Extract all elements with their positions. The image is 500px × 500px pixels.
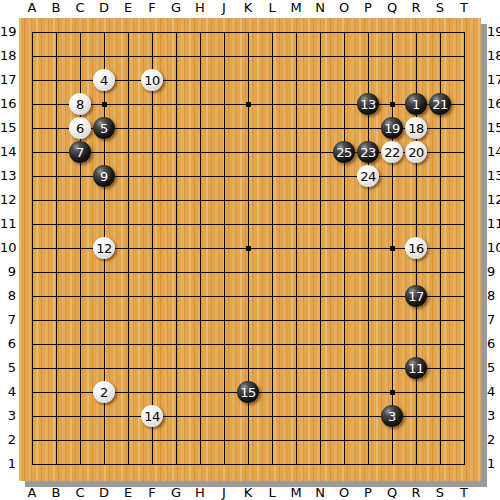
row-label-right-2: 2 [487, 433, 500, 447]
stone-black-11[interactable]: 11 [405, 357, 427, 379]
row-label-left-11: 11 [0, 217, 16, 231]
row-label-left-12: 12 [0, 193, 16, 207]
row-label-left-19: 19 [0, 25, 16, 39]
row-label-right-13: 13 [487, 169, 500, 183]
stone-black-23[interactable]: 23 [357, 141, 379, 163]
col-label-top-D: D [92, 1, 116, 15]
row-label-right-17: 17 [487, 73, 500, 87]
row-label-right-1: 1 [487, 457, 500, 471]
col-label-bottom-T: T [452, 486, 476, 500]
row-label-right-16: 16 [487, 97, 500, 111]
col-label-top-H: H [188, 1, 212, 15]
row-label-left-9: 9 [0, 265, 16, 279]
stone-black-1[interactable]: 1 [405, 93, 427, 115]
col-label-bottom-B: B [44, 486, 68, 500]
row-label-left-6: 6 [0, 337, 16, 351]
stone-white-8[interactable]: 8 [69, 93, 91, 115]
col-label-top-R: R [404, 1, 428, 15]
col-label-bottom-H: H [188, 486, 212, 500]
col-label-top-L: L [260, 1, 284, 15]
col-label-bottom-R: R [404, 486, 428, 500]
row-label-right-7: 7 [487, 313, 500, 327]
col-label-bottom-K: K [236, 486, 260, 500]
row-label-right-14: 14 [487, 145, 500, 159]
stone-white-12[interactable]: 12 [93, 237, 115, 259]
col-label-top-O: O [332, 1, 356, 15]
stones-layer: 1234567891011121314151617181920212223242… [19, 18, 481, 481]
row-label-right-9: 9 [487, 265, 500, 279]
col-label-bottom-N: N [308, 486, 332, 500]
col-label-top-T: T [452, 1, 476, 15]
col-label-top-A: A [20, 1, 44, 15]
row-label-left-1: 1 [0, 457, 16, 471]
row-label-left-15: 15 [0, 121, 16, 135]
go-board-viewer: ABCDEFGHJKLMNOPQRST ABCDEFGHJKLMNOPQRST … [0, 0, 500, 500]
col-label-top-G: G [164, 1, 188, 15]
col-label-bottom-A: A [20, 486, 44, 500]
go-board[interactable]: 1234567891011121314151617181920212223242… [19, 18, 481, 481]
row-label-right-15: 15 [487, 121, 500, 135]
col-label-top-B: B [44, 1, 68, 15]
col-label-bottom-S: S [428, 486, 452, 500]
col-label-top-M: M [284, 1, 308, 15]
col-label-top-C: C [68, 1, 92, 15]
col-label-top-F: F [140, 1, 164, 15]
stone-black-9[interactable]: 9 [93, 165, 115, 187]
row-label-right-6: 6 [487, 337, 500, 351]
stone-white-6[interactable]: 6 [69, 117, 91, 139]
stone-white-2[interactable]: 2 [93, 381, 115, 403]
col-label-bottom-L: L [260, 486, 284, 500]
row-label-left-16: 16 [0, 97, 16, 111]
stone-black-17[interactable]: 17 [405, 285, 427, 307]
col-label-top-S: S [428, 1, 452, 15]
row-label-right-18: 18 [487, 49, 500, 63]
stone-white-4[interactable]: 4 [93, 69, 115, 91]
row-label-left-3: 3 [0, 409, 16, 423]
col-label-bottom-Q: Q [380, 486, 404, 500]
row-label-left-8: 8 [0, 289, 16, 303]
col-label-top-N: N [308, 1, 332, 15]
row-label-left-10: 10 [0, 241, 16, 255]
stone-white-24[interactable]: 24 [357, 165, 379, 187]
stone-white-22[interactable]: 22 [381, 141, 403, 163]
col-label-top-K: K [236, 1, 260, 15]
row-label-right-5: 5 [487, 361, 500, 375]
stone-white-16[interactable]: 16 [405, 237, 427, 259]
row-label-left-5: 5 [0, 361, 16, 375]
stone-black-25[interactable]: 25 [333, 141, 355, 163]
col-label-bottom-F: F [140, 486, 164, 500]
col-label-bottom-C: C [68, 486, 92, 500]
row-label-left-14: 14 [0, 145, 16, 159]
row-label-right-3: 3 [487, 409, 500, 423]
stone-black-21[interactable]: 21 [429, 93, 451, 115]
row-label-left-13: 13 [0, 169, 16, 183]
stone-white-18[interactable]: 18 [405, 117, 427, 139]
col-label-top-E: E [116, 1, 140, 15]
row-label-right-11: 11 [487, 217, 500, 231]
stone-black-5[interactable]: 5 [93, 117, 115, 139]
stone-white-20[interactable]: 20 [405, 141, 427, 163]
col-label-bottom-D: D [92, 486, 116, 500]
col-label-top-Q: Q [380, 1, 404, 15]
col-label-bottom-M: M [284, 486, 308, 500]
stone-black-3[interactable]: 3 [381, 405, 403, 427]
stone-black-7[interactable]: 7 [69, 141, 91, 163]
col-label-bottom-G: G [164, 486, 188, 500]
row-label-left-18: 18 [0, 49, 16, 63]
row-label-left-2: 2 [0, 433, 16, 447]
col-label-bottom-J: J [212, 486, 236, 500]
col-label-top-J: J [212, 1, 236, 15]
stone-black-15[interactable]: 15 [237, 381, 259, 403]
row-label-left-17: 17 [0, 73, 16, 87]
col-label-bottom-O: O [332, 486, 356, 500]
row-label-right-4: 4 [487, 385, 500, 399]
stone-black-19[interactable]: 19 [381, 117, 403, 139]
col-label-bottom-P: P [356, 486, 380, 500]
stone-white-14[interactable]: 14 [141, 405, 163, 427]
row-label-right-12: 12 [487, 193, 500, 207]
stone-white-10[interactable]: 10 [141, 69, 163, 91]
stone-black-13[interactable]: 13 [357, 93, 379, 115]
row-label-right-19: 19 [487, 25, 500, 39]
row-label-right-8: 8 [487, 289, 500, 303]
col-label-top-P: P [356, 1, 380, 15]
col-label-bottom-E: E [116, 486, 140, 500]
row-label-left-7: 7 [0, 313, 16, 327]
row-label-right-10: 10 [487, 241, 500, 255]
row-label-left-4: 4 [0, 385, 16, 399]
